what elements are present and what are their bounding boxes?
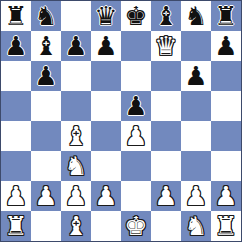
- square-e5[interactable]: ♟: [121, 91, 151, 121]
- square-f5[interactable]: [151, 91, 181, 121]
- square-d1[interactable]: [91, 211, 121, 241]
- square-b2[interactable]: ♟: [31, 181, 61, 211]
- square-g8[interactable]: ♞: [181, 1, 211, 31]
- white-knight-icon[interactable]: ♞: [184, 213, 207, 239]
- square-b7[interactable]: ♝: [31, 31, 61, 61]
- square-e2[interactable]: [121, 181, 151, 211]
- black-pawn-icon[interactable]: ♟: [124, 93, 147, 119]
- square-g6[interactable]: ♟: [181, 61, 211, 91]
- square-d4[interactable]: [91, 121, 121, 151]
- white-rook-icon[interactable]: ♜: [4, 213, 27, 239]
- square-d2[interactable]: ♟: [91, 181, 121, 211]
- square-e6[interactable]: [121, 61, 151, 91]
- square-c1[interactable]: ♝: [61, 211, 91, 241]
- square-c4[interactable]: ♝: [61, 121, 91, 151]
- white-bishop-icon[interactable]: ♝: [64, 213, 87, 239]
- square-b8[interactable]: ♞: [31, 1, 61, 31]
- black-bishop-icon[interactable]: ♝: [34, 33, 57, 59]
- square-d5[interactable]: [91, 91, 121, 121]
- square-d6[interactable]: [91, 61, 121, 91]
- white-king-icon[interactable]: ♚: [124, 213, 147, 239]
- square-a3[interactable]: [1, 151, 31, 181]
- square-g7[interactable]: [181, 31, 211, 61]
- black-rook-icon[interactable]: ♜: [4, 3, 27, 29]
- square-d3[interactable]: [91, 151, 121, 181]
- black-pawn-icon[interactable]: ♟: [64, 33, 87, 59]
- square-b6[interactable]: ♟: [31, 61, 61, 91]
- black-pawn-icon[interactable]: ♟: [94, 33, 117, 59]
- square-a1[interactable]: ♜: [1, 211, 31, 241]
- white-pawn-icon[interactable]: ♟: [124, 123, 147, 149]
- square-f3[interactable]: [151, 151, 181, 181]
- square-h5[interactable]: [211, 91, 241, 121]
- square-d7[interactable]: ♟: [91, 31, 121, 61]
- white-pawn-icon[interactable]: ♟: [94, 183, 117, 209]
- square-h3[interactable]: [211, 151, 241, 181]
- square-a2[interactable]: ♟: [1, 181, 31, 211]
- black-knight-icon[interactable]: ♞: [184, 3, 207, 29]
- square-b1[interactable]: [31, 211, 61, 241]
- chess-board: ♜♞♛♚♝♞♜♟♝♟♟♛♟♟♟♟♝♟♞♟♟♟♟♟♟♟♜♝♚♞♜: [0, 0, 242, 242]
- black-pawn-icon[interactable]: ♟: [214, 33, 237, 59]
- square-g1[interactable]: ♞: [181, 211, 211, 241]
- square-h2[interactable]: ♟: [211, 181, 241, 211]
- square-h1[interactable]: ♜: [211, 211, 241, 241]
- square-c7[interactable]: ♟: [61, 31, 91, 61]
- black-pawn-icon[interactable]: ♟: [4, 33, 27, 59]
- black-bishop-icon[interactable]: ♝: [154, 3, 177, 29]
- white-knight-icon[interactable]: ♞: [64, 153, 87, 179]
- white-pawn-icon[interactable]: ♟: [184, 183, 207, 209]
- black-knight-icon[interactable]: ♞: [34, 3, 57, 29]
- square-c2[interactable]: ♟: [61, 181, 91, 211]
- square-a8[interactable]: ♜: [1, 1, 31, 31]
- black-pawn-icon[interactable]: ♟: [34, 63, 57, 89]
- square-a7[interactable]: ♟: [1, 31, 31, 61]
- square-h6[interactable]: [211, 61, 241, 91]
- square-c3[interactable]: ♞: [61, 151, 91, 181]
- square-g4[interactable]: [181, 121, 211, 151]
- white-pawn-icon[interactable]: ♟: [64, 183, 87, 209]
- square-g3[interactable]: [181, 151, 211, 181]
- square-a4[interactable]: [1, 121, 31, 151]
- black-pawn-icon[interactable]: ♟: [184, 63, 207, 89]
- square-f6[interactable]: [151, 61, 181, 91]
- square-b4[interactable]: [31, 121, 61, 151]
- square-b5[interactable]: [31, 91, 61, 121]
- white-bishop-icon[interactable]: ♝: [64, 123, 87, 149]
- square-c8[interactable]: [61, 1, 91, 31]
- square-f7[interactable]: ♛: [151, 31, 181, 61]
- white-pawn-icon[interactable]: ♟: [214, 183, 237, 209]
- square-f4[interactable]: [151, 121, 181, 151]
- square-e7[interactable]: [121, 31, 151, 61]
- square-c5[interactable]: [61, 91, 91, 121]
- black-rook-icon[interactable]: ♜: [214, 3, 237, 29]
- square-e4[interactable]: ♟: [121, 121, 151, 151]
- square-e8[interactable]: ♚: [121, 1, 151, 31]
- square-g5[interactable]: [181, 91, 211, 121]
- square-a6[interactable]: [1, 61, 31, 91]
- white-queen-icon[interactable]: ♛: [154, 33, 177, 59]
- square-a5[interactable]: [1, 91, 31, 121]
- white-pawn-icon[interactable]: ♟: [4, 183, 27, 209]
- square-b3[interactable]: [31, 151, 61, 181]
- white-rook-icon[interactable]: ♜: [214, 213, 237, 239]
- square-e3[interactable]: [121, 151, 151, 181]
- square-f1[interactable]: [151, 211, 181, 241]
- white-pawn-icon[interactable]: ♟: [34, 183, 57, 209]
- square-h8[interactable]: ♜: [211, 1, 241, 31]
- square-f2[interactable]: ♟: [151, 181, 181, 211]
- square-h7[interactable]: ♟: [211, 31, 241, 61]
- square-e1[interactable]: ♚: [121, 211, 151, 241]
- square-c6[interactable]: [61, 61, 91, 91]
- square-h4[interactable]: [211, 121, 241, 151]
- white-pawn-icon[interactable]: ♟: [154, 183, 177, 209]
- square-f8[interactable]: ♝: [151, 1, 181, 31]
- square-d8[interactable]: ♛: [91, 1, 121, 31]
- black-queen-icon[interactable]: ♛: [94, 3, 117, 29]
- square-g2[interactable]: ♟: [181, 181, 211, 211]
- black-king-icon[interactable]: ♚: [124, 3, 147, 29]
